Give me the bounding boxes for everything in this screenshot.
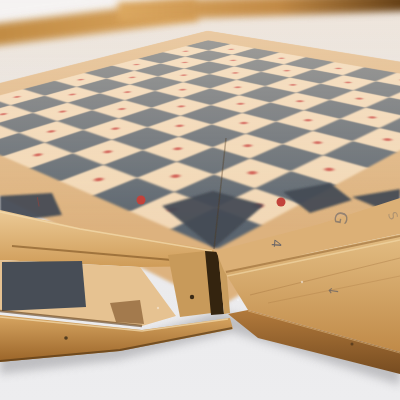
pencil-mark-arrow: ← <box>327 282 340 298</box>
nail-hole <box>351 343 354 346</box>
foreground-frame: 4 G ← S ∕ <box>0 0 400 400</box>
nail-hole <box>64 336 68 340</box>
red-dot <box>137 196 146 205</box>
nail-hole <box>190 295 194 299</box>
sliver-dark-square <box>2 261 86 311</box>
near-dark-square <box>162 191 264 248</box>
lower-board-sliver <box>0 260 176 326</box>
near-dark-square <box>283 183 352 213</box>
red-dot <box>277 198 286 207</box>
pencil-mark-4: 4 <box>269 239 285 249</box>
right-rail <box>216 198 400 374</box>
photo-stage: 4 G ← S ∕ <box>0 0 400 400</box>
seam-end-grain-left <box>168 251 212 317</box>
